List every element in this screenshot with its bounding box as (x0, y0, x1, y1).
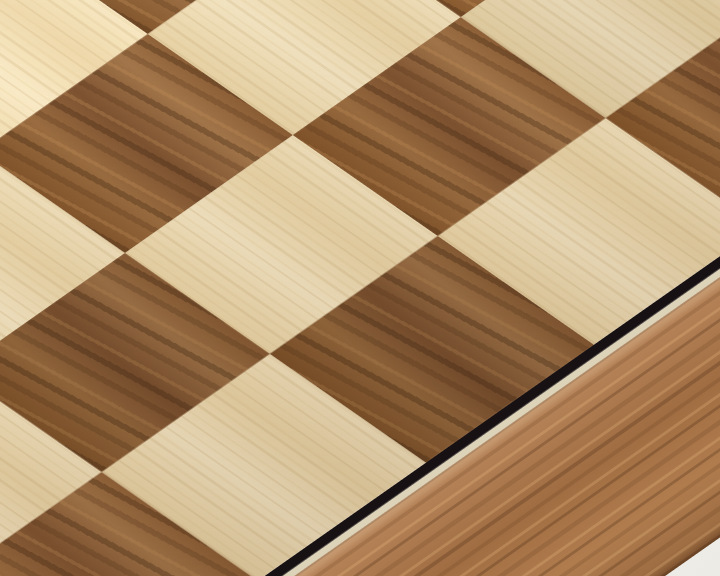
chess-board (0, 0, 720, 576)
board-photo (0, 0, 720, 576)
